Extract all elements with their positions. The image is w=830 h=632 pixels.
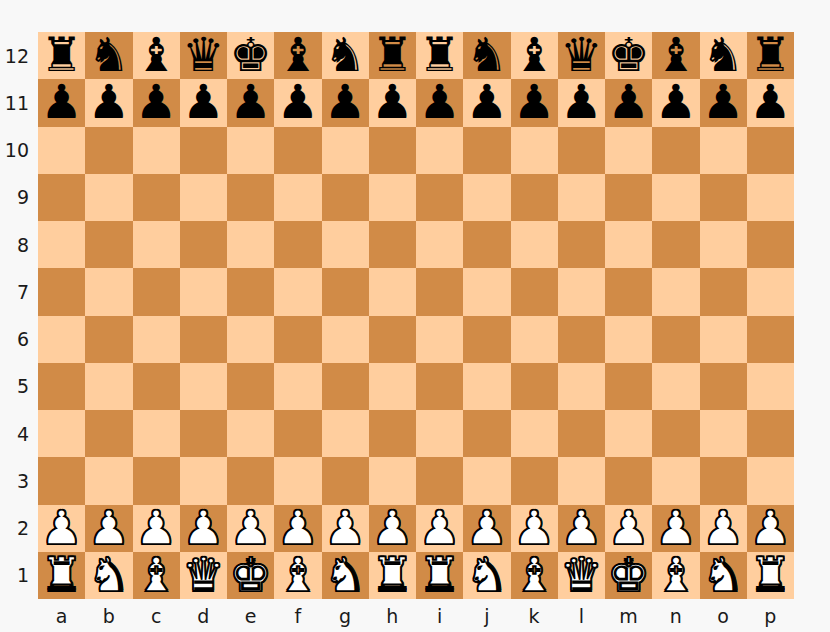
square-o3[interactable] <box>700 457 747 504</box>
square-n6[interactable] <box>652 316 699 363</box>
white-pawn-piece[interactable]: ♟ <box>88 504 130 551</box>
file-label-g: g <box>322 599 369 632</box>
square-j8[interactable] <box>463 221 510 268</box>
square-d11[interactable]: ♟ <box>180 79 227 126</box>
square-i5[interactable] <box>416 363 463 410</box>
square-o2[interactable]: ♟ <box>700 505 747 552</box>
square-n10[interactable] <box>652 127 699 174</box>
black-pawn-piece[interactable]: ♟ <box>749 78 791 125</box>
square-k1[interactable]: ♝ <box>511 552 558 599</box>
file-label-o: o <box>700 599 747 632</box>
black-pawn-piece[interactable]: ♟ <box>419 78 461 125</box>
white-pawn-piece[interactable]: ♟ <box>655 504 697 551</box>
square-g8[interactable] <box>322 221 369 268</box>
white-queen-piece[interactable]: ♛ <box>182 551 224 598</box>
square-b11[interactable]: ♟ <box>85 79 132 126</box>
square-g5[interactable] <box>322 363 369 410</box>
black-bishop-piece[interactable]: ♝ <box>135 31 177 78</box>
square-e3[interactable] <box>227 457 274 504</box>
square-d1[interactable]: ♛ <box>180 552 227 599</box>
square-c12[interactable]: ♝ <box>133 32 180 79</box>
square-f9[interactable] <box>274 174 321 221</box>
rank-label-1: 1 <box>0 552 38 599</box>
square-j5[interactable] <box>463 363 510 410</box>
square-b6[interactable] <box>85 316 132 363</box>
square-g2[interactable]: ♟ <box>322 505 369 552</box>
rank-label-10: 10 <box>0 127 38 174</box>
square-p6[interactable] <box>747 316 794 363</box>
square-l3[interactable] <box>558 457 605 504</box>
white-knight-piece[interactable]: ♞ <box>88 551 130 598</box>
square-c5[interactable] <box>133 363 180 410</box>
square-g4[interactable] <box>322 410 369 457</box>
square-h7[interactable] <box>369 268 416 315</box>
square-b7[interactable] <box>85 268 132 315</box>
square-m4[interactable] <box>605 410 652 457</box>
square-n3[interactable] <box>652 457 699 504</box>
rank-label-3: 3 <box>0 457 38 504</box>
square-h12[interactable]: ♜ <box>369 32 416 79</box>
square-m9[interactable] <box>605 174 652 221</box>
white-rook-piece[interactable]: ♜ <box>749 551 791 598</box>
square-f4[interactable] <box>274 410 321 457</box>
square-i8[interactable] <box>416 221 463 268</box>
white-pawn-piece[interactable]: ♟ <box>135 504 177 551</box>
square-i2[interactable]: ♟ <box>416 505 463 552</box>
square-c11[interactable]: ♟ <box>133 79 180 126</box>
black-pawn-piece[interactable]: ♟ <box>277 78 319 125</box>
square-k3[interactable] <box>511 457 558 504</box>
square-o8[interactable] <box>700 221 747 268</box>
square-k8[interactable] <box>511 221 558 268</box>
square-p5[interactable] <box>747 363 794 410</box>
square-p4[interactable] <box>747 410 794 457</box>
square-b9[interactable] <box>85 174 132 221</box>
square-m10[interactable] <box>605 127 652 174</box>
square-o1[interactable]: ♞ <box>700 552 747 599</box>
square-e8[interactable] <box>227 221 274 268</box>
square-p3[interactable] <box>747 457 794 504</box>
square-e4[interactable] <box>227 410 274 457</box>
square-g11[interactable]: ♟ <box>322 79 369 126</box>
square-h8[interactable] <box>369 221 416 268</box>
square-m11[interactable]: ♟ <box>605 79 652 126</box>
square-i6[interactable] <box>416 316 463 363</box>
square-g10[interactable] <box>322 127 369 174</box>
square-b8[interactable] <box>85 221 132 268</box>
square-k2[interactable]: ♟ <box>511 505 558 552</box>
white-pawn-piece[interactable]: ♟ <box>466 504 508 551</box>
square-o6[interactable] <box>700 316 747 363</box>
square-e9[interactable] <box>227 174 274 221</box>
square-j4[interactable] <box>463 410 510 457</box>
square-h1[interactable]: ♜ <box>369 552 416 599</box>
square-l8[interactable] <box>558 221 605 268</box>
square-p2[interactable]: ♟ <box>747 505 794 552</box>
square-g1[interactable]: ♞ <box>322 552 369 599</box>
square-h11[interactable]: ♟ <box>369 79 416 126</box>
white-pawn-piece[interactable]: ♟ <box>749 504 791 551</box>
square-n8[interactable] <box>652 221 699 268</box>
square-f11[interactable]: ♟ <box>274 79 321 126</box>
square-l2[interactable]: ♟ <box>558 505 605 552</box>
square-b10[interactable] <box>85 127 132 174</box>
square-o5[interactable] <box>700 363 747 410</box>
square-k12[interactable]: ♝ <box>511 32 558 79</box>
square-d4[interactable] <box>180 410 227 457</box>
square-c2[interactable]: ♟ <box>133 505 180 552</box>
square-h2[interactable]: ♟ <box>369 505 416 552</box>
white-king-piece[interactable]: ♚ <box>608 551 650 598</box>
black-pawn-piece[interactable]: ♟ <box>135 78 177 125</box>
square-k7[interactable] <box>511 268 558 315</box>
square-g9[interactable] <box>322 174 369 221</box>
square-o9[interactable] <box>700 174 747 221</box>
white-king-piece[interactable]: ♚ <box>230 551 272 598</box>
white-bishop-piece[interactable]: ♝ <box>655 551 697 598</box>
square-f3[interactable] <box>274 457 321 504</box>
square-a4[interactable] <box>38 410 85 457</box>
square-l6[interactable] <box>558 316 605 363</box>
square-e2[interactable]: ♟ <box>227 505 274 552</box>
square-d7[interactable] <box>180 268 227 315</box>
square-e1[interactable]: ♚ <box>227 552 274 599</box>
chessboard-diagram: 121110987654321 ♜♞♝♛♚♝♞♜♜♞♝♛♚♝♞♜♟♟♟♟♟♟♟♟… <box>0 0 830 632</box>
square-f1[interactable]: ♝ <box>274 552 321 599</box>
square-j7[interactable] <box>463 268 510 315</box>
black-king-piece[interactable]: ♚ <box>230 31 272 78</box>
square-d9[interactable] <box>180 174 227 221</box>
square-l9[interactable] <box>558 174 605 221</box>
square-l1[interactable]: ♛ <box>558 552 605 599</box>
square-a11[interactable]: ♟ <box>38 79 85 126</box>
white-pawn-piece[interactable]: ♟ <box>702 504 744 551</box>
square-a12[interactable]: ♜ <box>38 32 85 79</box>
square-h5[interactable] <box>369 363 416 410</box>
square-n9[interactable] <box>652 174 699 221</box>
square-h10[interactable] <box>369 127 416 174</box>
black-pawn-piece[interactable]: ♟ <box>88 78 130 125</box>
square-m2[interactable]: ♟ <box>605 505 652 552</box>
square-f10[interactable] <box>274 127 321 174</box>
white-rook-piece[interactable]: ♜ <box>371 551 413 598</box>
black-pawn-piece[interactable]: ♟ <box>182 78 224 125</box>
black-knight-piece[interactable]: ♞ <box>466 31 508 78</box>
square-b2[interactable]: ♟ <box>85 505 132 552</box>
file-label-a: a <box>38 599 85 632</box>
black-knight-piece[interactable]: ♞ <box>324 31 366 78</box>
square-c6[interactable] <box>133 316 180 363</box>
square-c9[interactable] <box>133 174 180 221</box>
square-p11[interactable]: ♟ <box>747 79 794 126</box>
square-l11[interactable]: ♟ <box>558 79 605 126</box>
white-pawn-piece[interactable]: ♟ <box>324 504 366 551</box>
white-pawn-piece[interactable]: ♟ <box>608 504 650 551</box>
black-pawn-piece[interactable]: ♟ <box>560 78 602 125</box>
square-c3[interactable] <box>133 457 180 504</box>
square-e11[interactable]: ♟ <box>227 79 274 126</box>
square-n7[interactable] <box>652 268 699 315</box>
square-c1[interactable]: ♝ <box>133 552 180 599</box>
square-j12[interactable]: ♞ <box>463 32 510 79</box>
white-rook-piece[interactable]: ♜ <box>419 551 461 598</box>
file-label-j: j <box>463 599 510 632</box>
white-knight-piece[interactable]: ♞ <box>702 551 744 598</box>
square-p10[interactable] <box>747 127 794 174</box>
black-pawn-piece[interactable]: ♟ <box>41 78 83 125</box>
white-bishop-piece[interactable]: ♝ <box>513 551 555 598</box>
square-d5[interactable] <box>180 363 227 410</box>
white-knight-piece[interactable]: ♞ <box>324 551 366 598</box>
square-d8[interactable] <box>180 221 227 268</box>
square-p1[interactable]: ♜ <box>747 552 794 599</box>
square-j11[interactable]: ♟ <box>463 79 510 126</box>
file-label-e: e <box>227 599 274 632</box>
file-label-p: p <box>747 599 794 632</box>
square-f2[interactable]: ♟ <box>274 505 321 552</box>
file-label-k: k <box>511 599 558 632</box>
file-label-d: d <box>180 599 227 632</box>
square-l12[interactable]: ♛ <box>558 32 605 79</box>
square-i1[interactable]: ♜ <box>416 552 463 599</box>
square-e6[interactable] <box>227 316 274 363</box>
square-b4[interactable] <box>85 410 132 457</box>
white-rook-piece[interactable]: ♜ <box>41 551 83 598</box>
square-e5[interactable] <box>227 363 274 410</box>
square-h6[interactable] <box>369 316 416 363</box>
white-queen-piece[interactable]: ♛ <box>560 551 602 598</box>
square-j6[interactable] <box>463 316 510 363</box>
black-pawn-piece[interactable]: ♟ <box>702 78 744 125</box>
square-i10[interactable] <box>416 127 463 174</box>
square-j1[interactable]: ♞ <box>463 552 510 599</box>
rank-label-12: 12 <box>0 32 38 79</box>
square-a8[interactable] <box>38 221 85 268</box>
square-l10[interactable] <box>558 127 605 174</box>
square-g3[interactable] <box>322 457 369 504</box>
square-i7[interactable] <box>416 268 463 315</box>
rank-label-2: 2 <box>0 505 38 552</box>
square-a5[interactable] <box>38 363 85 410</box>
black-bishop-piece[interactable]: ♝ <box>513 31 555 78</box>
rank-label-6: 6 <box>0 316 38 363</box>
square-e12[interactable]: ♚ <box>227 32 274 79</box>
black-rook-piece[interactable]: ♜ <box>371 31 413 78</box>
square-p8[interactable] <box>747 221 794 268</box>
file-label-h: h <box>369 599 416 632</box>
square-l5[interactable] <box>558 363 605 410</box>
square-n4[interactable] <box>652 410 699 457</box>
white-bishop-piece[interactable]: ♝ <box>277 551 319 598</box>
black-queen-piece[interactable]: ♛ <box>182 31 224 78</box>
square-a7[interactable] <box>38 268 85 315</box>
file-label-i: i <box>416 599 463 632</box>
square-m8[interactable] <box>605 221 652 268</box>
square-d10[interactable] <box>180 127 227 174</box>
square-d3[interactable] <box>180 457 227 504</box>
square-c10[interactable] <box>133 127 180 174</box>
square-o11[interactable]: ♟ <box>700 79 747 126</box>
square-k6[interactable] <box>511 316 558 363</box>
square-a2[interactable]: ♟ <box>38 505 85 552</box>
white-knight-piece[interactable]: ♞ <box>466 551 508 598</box>
rank-label-5: 5 <box>0 363 38 410</box>
square-j3[interactable] <box>463 457 510 504</box>
file-label-m: m <box>605 599 652 632</box>
square-g6[interactable] <box>322 316 369 363</box>
square-m5[interactable] <box>605 363 652 410</box>
square-f8[interactable] <box>274 221 321 268</box>
square-n2[interactable]: ♟ <box>652 505 699 552</box>
rank-label-8: 8 <box>0 221 38 268</box>
square-p7[interactable] <box>747 268 794 315</box>
square-n5[interactable] <box>652 363 699 410</box>
rank-label-11: 11 <box>0 79 38 126</box>
square-b12[interactable]: ♞ <box>85 32 132 79</box>
white-pawn-piece[interactable]: ♟ <box>41 504 83 551</box>
square-o7[interactable] <box>700 268 747 315</box>
black-knight-piece[interactable]: ♞ <box>88 31 130 78</box>
file-label-l: l <box>558 599 605 632</box>
square-b3[interactable] <box>85 457 132 504</box>
square-f7[interactable] <box>274 268 321 315</box>
square-k10[interactable] <box>511 127 558 174</box>
square-h9[interactable] <box>369 174 416 221</box>
black-pawn-piece[interactable]: ♟ <box>608 78 650 125</box>
square-m6[interactable] <box>605 316 652 363</box>
black-king-piece[interactable]: ♚ <box>608 31 650 78</box>
black-rook-piece[interactable]: ♜ <box>419 31 461 78</box>
square-k11[interactable]: ♟ <box>511 79 558 126</box>
square-i12[interactable]: ♜ <box>416 32 463 79</box>
square-i11[interactable]: ♟ <box>416 79 463 126</box>
square-a1[interactable]: ♜ <box>38 552 85 599</box>
file-label-b: b <box>85 599 132 632</box>
square-e10[interactable] <box>227 127 274 174</box>
square-b1[interactable]: ♞ <box>85 552 132 599</box>
black-bishop-piece[interactable]: ♝ <box>277 31 319 78</box>
white-pawn-piece[interactable]: ♟ <box>560 504 602 551</box>
square-b5[interactable] <box>85 363 132 410</box>
square-k9[interactable] <box>511 174 558 221</box>
white-pawn-piece[interactable]: ♟ <box>419 504 461 551</box>
rank-labels: 121110987654321 <box>0 32 38 599</box>
file-label-f: f <box>274 599 321 632</box>
square-e7[interactable] <box>227 268 274 315</box>
square-m1[interactable]: ♚ <box>605 552 652 599</box>
white-pawn-piece[interactable]: ♟ <box>371 504 413 551</box>
square-a6[interactable] <box>38 316 85 363</box>
square-l7[interactable] <box>558 268 605 315</box>
white-bishop-piece[interactable]: ♝ <box>135 551 177 598</box>
black-pawn-piece[interactable]: ♟ <box>230 78 272 125</box>
square-i9[interactable] <box>416 174 463 221</box>
square-k5[interactable] <box>511 363 558 410</box>
white-pawn-piece[interactable]: ♟ <box>182 504 224 551</box>
square-d12[interactable]: ♛ <box>180 32 227 79</box>
black-bishop-piece[interactable]: ♝ <box>655 31 697 78</box>
black-pawn-piece[interactable]: ♟ <box>466 78 508 125</box>
square-g12[interactable]: ♞ <box>322 32 369 79</box>
square-c8[interactable] <box>133 221 180 268</box>
square-g7[interactable] <box>322 268 369 315</box>
white-pawn-piece[interactable]: ♟ <box>513 504 555 551</box>
black-pawn-piece[interactable]: ♟ <box>324 78 366 125</box>
rank-label-7: 7 <box>0 268 38 315</box>
square-h3[interactable] <box>369 457 416 504</box>
rank-label-9: 9 <box>0 174 38 221</box>
square-j9[interactable] <box>463 174 510 221</box>
square-p12[interactable]: ♜ <box>747 32 794 79</box>
square-o12[interactable]: ♞ <box>700 32 747 79</box>
square-a10[interactable] <box>38 127 85 174</box>
board: ♜♞♝♛♚♝♞♜♜♞♝♛♚♝♞♜♟♟♟♟♟♟♟♟♟♟♟♟♟♟♟♟♟♟♟♟♟♟♟♟… <box>38 32 794 599</box>
square-d6[interactable] <box>180 316 227 363</box>
square-c7[interactable] <box>133 268 180 315</box>
square-m7[interactable] <box>605 268 652 315</box>
square-p9[interactable] <box>747 174 794 221</box>
rank-label-4: 4 <box>0 410 38 457</box>
square-j2[interactable]: ♟ <box>463 505 510 552</box>
black-pawn-piece[interactable]: ♟ <box>371 78 413 125</box>
square-d2[interactable]: ♟ <box>180 505 227 552</box>
square-n12[interactable]: ♝ <box>652 32 699 79</box>
square-l4[interactable] <box>558 410 605 457</box>
file-label-n: n <box>652 599 699 632</box>
square-f5[interactable] <box>274 363 321 410</box>
square-o10[interactable] <box>700 127 747 174</box>
square-i4[interactable] <box>416 410 463 457</box>
square-m12[interactable]: ♚ <box>605 32 652 79</box>
black-queen-piece[interactable]: ♛ <box>560 31 602 78</box>
white-pawn-piece[interactable]: ♟ <box>277 504 319 551</box>
square-f12[interactable]: ♝ <box>274 32 321 79</box>
square-a3[interactable] <box>38 457 85 504</box>
file-labels: abcdefghijklmnop <box>38 599 794 632</box>
file-label-c: c <box>133 599 180 632</box>
square-m3[interactable] <box>605 457 652 504</box>
square-n11[interactable]: ♟ <box>652 79 699 126</box>
black-rook-piece[interactable]: ♜ <box>749 31 791 78</box>
square-a9[interactable] <box>38 174 85 221</box>
black-pawn-piece[interactable]: ♟ <box>513 78 555 125</box>
white-pawn-piece[interactable]: ♟ <box>230 504 272 551</box>
square-n1[interactable]: ♝ <box>652 552 699 599</box>
square-o4[interactable] <box>700 410 747 457</box>
black-pawn-piece[interactable]: ♟ <box>655 78 697 125</box>
black-rook-piece[interactable]: ♜ <box>41 31 83 78</box>
black-knight-piece[interactable]: ♞ <box>702 31 744 78</box>
square-f6[interactable] <box>274 316 321 363</box>
square-c4[interactable] <box>133 410 180 457</box>
square-h4[interactable] <box>369 410 416 457</box>
square-j10[interactable] <box>463 127 510 174</box>
square-i3[interactable] <box>416 457 463 504</box>
square-k4[interactable] <box>511 410 558 457</box>
